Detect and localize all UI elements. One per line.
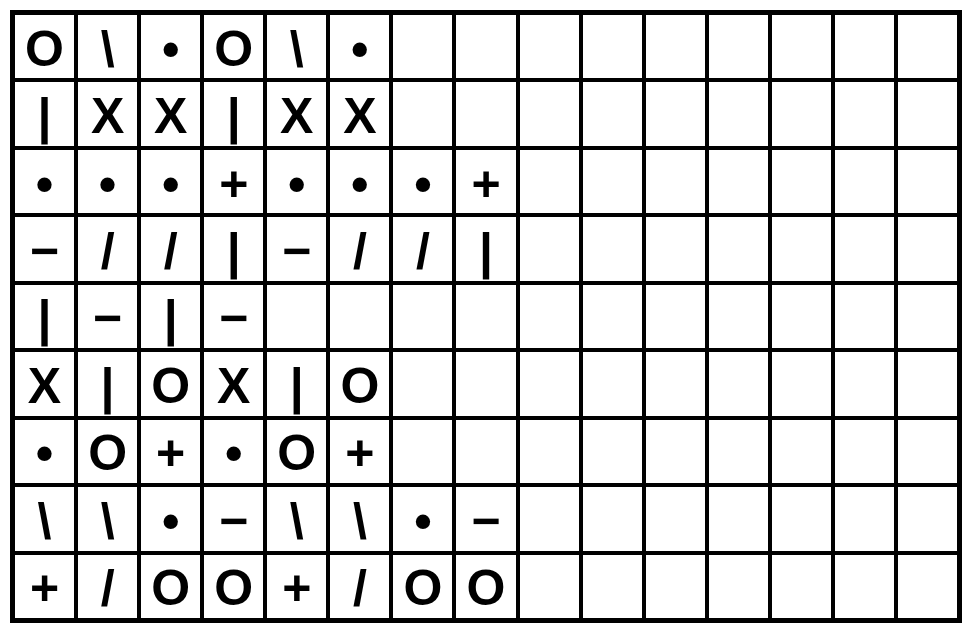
symbol-circle: O [151, 563, 190, 613]
cell-r1-c4: O [202, 13, 265, 80]
symbol-dot: • [351, 24, 369, 74]
cell-r9-c1: + [13, 553, 76, 620]
symbol-slash: / [353, 226, 367, 276]
cell-r6-c2: | [76, 350, 139, 417]
cell-r4-c1: − [13, 215, 76, 282]
symbol-plus: + [345, 428, 374, 478]
cell-r1-c10 [581, 13, 644, 80]
symbol-backslash: \ [290, 24, 304, 74]
cell-r7-c1: • [13, 418, 76, 485]
cell-r1-c11 [644, 13, 707, 80]
symbol-circle: O [88, 428, 127, 478]
cell-r2-c6: X [328, 80, 391, 147]
symbol-dot: • [162, 159, 180, 209]
symbol-cross-x: X [91, 91, 124, 141]
symbol-backslash: \ [101, 496, 115, 546]
cell-r9-c15 [896, 553, 959, 620]
cell-r2-c10 [581, 80, 644, 147]
cell-r5-c8 [454, 283, 517, 350]
cell-r4-c14 [833, 215, 896, 282]
symbol-dot: • [351, 159, 369, 209]
symbol-dash: − [93, 293, 122, 343]
cell-r9-c9 [518, 553, 581, 620]
cell-r6-c9 [518, 350, 581, 417]
cell-r4-c13 [770, 215, 833, 282]
symbol-dash: − [219, 496, 248, 546]
cell-r4-c15 [896, 215, 959, 282]
cell-r4-c2: / [76, 215, 139, 282]
symbol-circle: O [214, 24, 253, 74]
cell-r1-c8 [454, 13, 517, 80]
cell-r5-c1: | [13, 283, 76, 350]
symbol-vertical-bar: | [290, 361, 304, 411]
cell-r2-c13 [770, 80, 833, 147]
cell-r9-c6: / [328, 553, 391, 620]
symbol-dash: − [30, 226, 59, 276]
symbol-vertical-bar: | [38, 91, 52, 141]
cell-r5-c10 [581, 283, 644, 350]
cell-r2-c1: | [13, 80, 76, 147]
symbol-slash: / [101, 563, 115, 613]
symbol-cross-x: X [343, 91, 376, 141]
cell-r3-c12 [707, 148, 770, 215]
cell-r3-c4: + [202, 148, 265, 215]
cell-r6-c15 [896, 350, 959, 417]
cell-r3-c15 [896, 148, 959, 215]
symbol-circle: O [25, 24, 64, 74]
symbol-plus: + [30, 563, 59, 613]
cell-r3-c1: • [13, 148, 76, 215]
cell-r2-c7 [391, 80, 454, 147]
cell-r8-c2: \ [76, 485, 139, 552]
symbol-dot: • [162, 496, 180, 546]
cell-r2-c5: X [265, 80, 328, 147]
symbol-dot: • [288, 159, 306, 209]
cell-r8-c9 [518, 485, 581, 552]
cell-r2-c9 [518, 80, 581, 147]
symbol-cross-x: X [28, 361, 61, 411]
cell-r6-c12 [707, 350, 770, 417]
symbol-vertical-bar: | [479, 226, 493, 276]
cell-r7-c13 [770, 418, 833, 485]
symbol-slash: / [416, 226, 430, 276]
cell-r8-c3: • [139, 485, 202, 552]
symbol-backslash: \ [101, 24, 115, 74]
cell-r9-c14 [833, 553, 896, 620]
cell-r9-c12 [707, 553, 770, 620]
symbol-plus: + [156, 428, 185, 478]
cell-r6-c14 [833, 350, 896, 417]
symbol-slash: / [353, 563, 367, 613]
cell-r4-c10 [581, 215, 644, 282]
cell-r3-c10 [581, 148, 644, 215]
cell-r1-c7 [391, 13, 454, 80]
cell-r4-c12 [707, 215, 770, 282]
cell-r6-c3: O [139, 350, 202, 417]
cell-r6-c8 [454, 350, 517, 417]
cell-r9-c7: O [391, 553, 454, 620]
cell-r2-c3: X [139, 80, 202, 147]
cell-r3-c5: • [265, 148, 328, 215]
cell-r3-c9 [518, 148, 581, 215]
cell-r9-c5: + [265, 553, 328, 620]
cell-r5-c11 [644, 283, 707, 350]
cell-r4-c6: / [328, 215, 391, 282]
symbol-slash: / [101, 226, 115, 276]
cell-r4-c11 [644, 215, 707, 282]
symbol-circle: O [340, 361, 379, 411]
cell-r7-c14 [833, 418, 896, 485]
symbol-circle: O [214, 563, 253, 613]
cell-r5-c9 [518, 283, 581, 350]
cell-r1-c2: \ [76, 13, 139, 80]
cell-r2-c15 [896, 80, 959, 147]
symbol-vertical-bar: | [227, 91, 241, 141]
symbol-backslash: \ [38, 496, 52, 546]
cell-r3-c6: • [328, 148, 391, 215]
symbol-dot: • [414, 496, 432, 546]
symbol-cross-x: X [280, 91, 313, 141]
symbol-dot: • [225, 428, 243, 478]
cell-r2-c8 [454, 80, 517, 147]
cell-r3-c11 [644, 148, 707, 215]
cell-r4-c5: − [265, 215, 328, 282]
cell-r2-c2: X [76, 80, 139, 147]
symbol-vertical-bar: | [164, 293, 178, 343]
cell-r6-c1: X [13, 350, 76, 417]
cell-r2-c11 [644, 80, 707, 147]
cell-r4-c8: | [454, 215, 517, 282]
cell-r7-c10 [581, 418, 644, 485]
cell-r5-c7 [391, 283, 454, 350]
cell-r9-c2: / [76, 553, 139, 620]
cell-r3-c3: • [139, 148, 202, 215]
cell-r5-c5 [265, 283, 328, 350]
puzzle-board: O\•O\•|XX|XX•••+•••+−//|−//||−|−X|OX|O•O… [10, 10, 962, 623]
symbol-vertical-bar: | [227, 226, 241, 276]
cell-r7-c8 [454, 418, 517, 485]
cell-r5-c6 [328, 283, 391, 350]
cell-r5-c2: − [76, 283, 139, 350]
symbol-plus: + [219, 159, 248, 209]
cell-r7-c5: O [265, 418, 328, 485]
symbol-circle: O [403, 563, 442, 613]
cell-r3-c2: • [76, 148, 139, 215]
cell-r3-c7: • [391, 148, 454, 215]
cell-r8-c11 [644, 485, 707, 552]
cell-r4-c9 [518, 215, 581, 282]
cell-r6-c13 [770, 350, 833, 417]
cell-r7-c4: • [202, 418, 265, 485]
cell-r7-c9 [518, 418, 581, 485]
cell-r7-c2: O [76, 418, 139, 485]
cell-r1-c12 [707, 13, 770, 80]
symbol-vertical-bar: | [101, 361, 115, 411]
cell-r6-c5: | [265, 350, 328, 417]
cell-r5-c3: | [139, 283, 202, 350]
cell-r8-c5: \ [265, 485, 328, 552]
cell-r4-c3: / [139, 215, 202, 282]
cell-r6-c4: X [202, 350, 265, 417]
symbol-vertical-bar: | [38, 293, 52, 343]
symbol-slash: / [164, 226, 178, 276]
cell-r7-c15 [896, 418, 959, 485]
cell-r3-c14 [833, 148, 896, 215]
cell-r8-c10 [581, 485, 644, 552]
symbol-dot: • [99, 159, 117, 209]
cell-r1-c5: \ [265, 13, 328, 80]
symbol-circle: O [467, 563, 506, 613]
cell-r1-c1: O [13, 13, 76, 80]
cell-r4-c7: / [391, 215, 454, 282]
cell-r9-c11 [644, 553, 707, 620]
cell-r5-c13 [770, 283, 833, 350]
symbol-dash: − [282, 226, 311, 276]
cell-r4-c4: | [202, 215, 265, 282]
puzzle-page: O\•O\•|XX|XX•••+•••+−//|−//||−|−X|OX|O•O… [0, 0, 979, 635]
symbol-dash: − [219, 293, 248, 343]
cell-r5-c4: − [202, 283, 265, 350]
symbol-circle: O [151, 361, 190, 411]
cell-r7-c11 [644, 418, 707, 485]
cell-r8-c6: \ [328, 485, 391, 552]
cell-r7-c6: + [328, 418, 391, 485]
cell-r9-c10 [581, 553, 644, 620]
cell-r1-c15 [896, 13, 959, 80]
cell-r1-c3: • [139, 13, 202, 80]
cell-r2-c14 [833, 80, 896, 147]
symbol-cross-x: X [154, 91, 187, 141]
cell-r2-c12 [707, 80, 770, 147]
cell-r7-c12 [707, 418, 770, 485]
cell-r8-c14 [833, 485, 896, 552]
symbol-dot: • [36, 159, 54, 209]
symbol-backslash: \ [290, 496, 304, 546]
symbol-plus: + [471, 159, 500, 209]
symbol-dot: • [36, 428, 54, 478]
cell-r3-c13 [770, 148, 833, 215]
cell-r2-c4: | [202, 80, 265, 147]
cell-r8-c4: − [202, 485, 265, 552]
cell-r1-c14 [833, 13, 896, 80]
cell-r5-c12 [707, 283, 770, 350]
cell-r6-c7 [391, 350, 454, 417]
cell-r9-c13 [770, 553, 833, 620]
cell-r6-c11 [644, 350, 707, 417]
symbol-dash: − [471, 496, 500, 546]
symbol-cross-x: X [217, 361, 250, 411]
cell-r8-c15 [896, 485, 959, 552]
cell-r8-c8: − [454, 485, 517, 552]
symbol-circle: O [277, 428, 316, 478]
cell-r1-c13 [770, 13, 833, 80]
cell-r8-c1: \ [13, 485, 76, 552]
cell-r1-c9 [518, 13, 581, 80]
cell-r9-c3: O [139, 553, 202, 620]
cell-r3-c8: + [454, 148, 517, 215]
symbol-dot: • [414, 159, 432, 209]
cell-r5-c15 [896, 283, 959, 350]
cell-r8-c12 [707, 485, 770, 552]
cell-r8-c7: • [391, 485, 454, 552]
cell-r7-c3: + [139, 418, 202, 485]
cell-r5-c14 [833, 283, 896, 350]
cell-r6-c6: O [328, 350, 391, 417]
cell-r9-c4: O [202, 553, 265, 620]
symbol-plus: + [282, 563, 311, 613]
symbol-backslash: \ [353, 496, 367, 546]
cell-r8-c13 [770, 485, 833, 552]
cell-r7-c7 [391, 418, 454, 485]
cell-r1-c6: • [328, 13, 391, 80]
cell-r9-c8: O [454, 553, 517, 620]
cell-r6-c10 [581, 350, 644, 417]
symbol-dot: • [162, 24, 180, 74]
